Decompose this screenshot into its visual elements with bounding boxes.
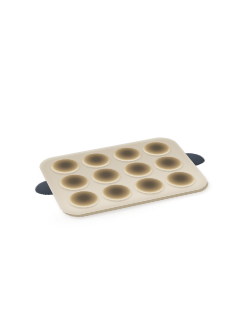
muffin-cup bbox=[139, 140, 174, 158]
muffin-cup bbox=[162, 170, 200, 190]
muffin-cup bbox=[98, 183, 135, 204]
cup-grid bbox=[45, 139, 203, 212]
muffin-cup bbox=[110, 146, 145, 164]
muffin-cup bbox=[88, 166, 124, 186]
muffin-cup bbox=[48, 157, 82, 176]
product-image bbox=[0, 0, 240, 329]
muffin-cup bbox=[120, 160, 156, 179]
muffin-cup bbox=[65, 189, 102, 211]
muffin-cup bbox=[79, 151, 113, 170]
muffin-cup bbox=[131, 176, 168, 197]
muffin-cup bbox=[150, 155, 186, 174]
muffin-cup bbox=[56, 173, 92, 193]
